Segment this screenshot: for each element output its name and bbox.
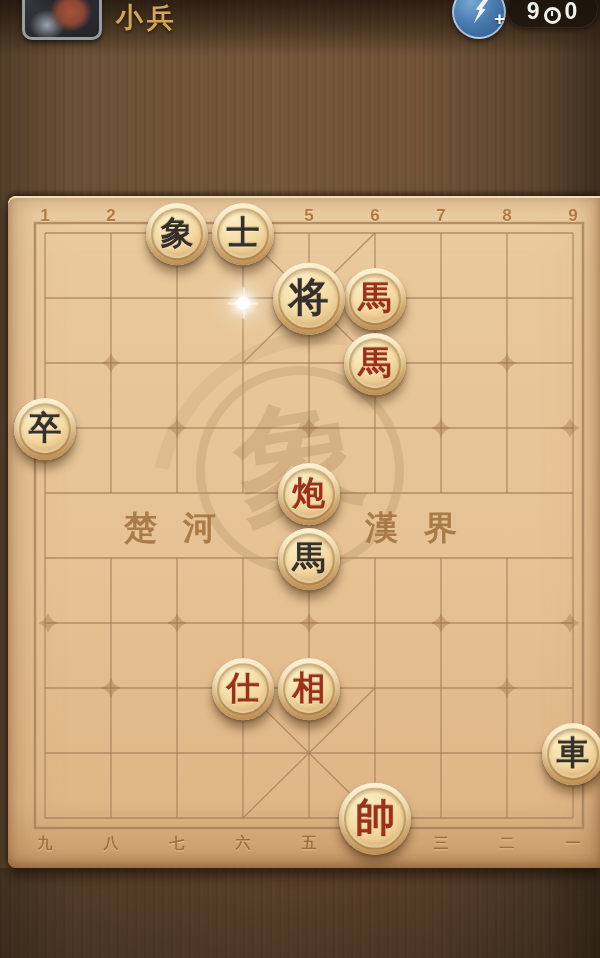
timer-right-digit: 0 (565, 0, 578, 25)
file-label: 5 (304, 206, 313, 226)
piece-glyph: 卒 (14, 398, 76, 460)
piece-glyph: 馬 (278, 528, 340, 590)
file-label: 一 (566, 834, 581, 853)
file-label: 九 (38, 834, 53, 853)
game-screen: 小兵 + 9 0 (0, 0, 600, 958)
player-avatar[interactable] (22, 0, 102, 40)
bottom-shade (0, 868, 600, 958)
lightning-icon (472, 0, 491, 26)
piece-black-horse[interactable]: 馬 (278, 528, 340, 590)
plus-badge: + (494, 8, 505, 30)
piece-red-cannon[interactable]: 炮 (278, 463, 340, 525)
piece-red-general[interactable]: 帥 (339, 783, 411, 855)
file-label: 7 (436, 206, 445, 226)
piece-glyph: 炮 (278, 463, 340, 525)
timer-pill: 9 0 (506, 0, 598, 28)
piece-glyph: 馬 (344, 268, 406, 330)
file-label: 2 (106, 206, 115, 226)
piece-black-chariot[interactable]: 車 (542, 723, 600, 785)
piece-black-elephant[interactable]: 象 (146, 203, 208, 265)
top-bar: 小兵 + 9 0 (0, 0, 600, 56)
piece-red-elephant[interactable]: 相 (278, 658, 340, 720)
file-label: 9 (568, 206, 577, 226)
clock-icon (544, 7, 561, 24)
piece-black-advisor[interactable]: 士 (212, 203, 274, 265)
piece-black-soldier[interactable]: 卒 (14, 398, 76, 460)
timer-left-digit: 9 (527, 0, 540, 25)
piece-glyph: 士 (212, 203, 274, 265)
piece-glyph: 相 (278, 658, 340, 720)
piece-red-horse-1[interactable]: 馬 (344, 268, 406, 330)
move-highlight-dot (237, 297, 250, 310)
xiangqi-board[interactable]: 1 2 3 4 5 6 7 8 9 九 八 七 六 五 四 三 二 一 象 楚河… (8, 196, 600, 868)
file-label: 6 (370, 206, 379, 226)
river-label-left: 楚河 (124, 506, 242, 551)
piece-glyph: 象 (146, 203, 208, 265)
file-label: 三 (434, 834, 449, 853)
piece-glyph: 馬 (344, 333, 406, 395)
player-name: 小兵 (116, 0, 178, 36)
piece-black-general[interactable]: 将 (273, 263, 345, 335)
piece-glyph: 車 (542, 723, 600, 785)
piece-glyph: 帥 (339, 783, 411, 855)
piece-glyph: 将 (273, 263, 345, 335)
file-label: 8 (502, 206, 511, 226)
river-label-right: 漢界 (365, 506, 483, 551)
file-label: 六 (236, 834, 251, 853)
piece-glyph: 仕 (212, 658, 274, 720)
piece-red-advisor[interactable]: 仕 (212, 658, 274, 720)
file-label: 七 (170, 834, 185, 853)
piece-red-horse-2[interactable]: 馬 (344, 333, 406, 395)
file-label: 1 (40, 206, 49, 226)
file-label: 五 (302, 834, 317, 853)
file-label: 二 (500, 834, 515, 853)
file-label: 八 (104, 834, 119, 853)
